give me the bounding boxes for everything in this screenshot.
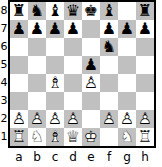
square-f6[interactable]: ♞ xyxy=(100,38,118,56)
piece-white-pawn: ♟♙ xyxy=(136,110,154,128)
piece-white-pawn: ♟♙ xyxy=(10,110,28,128)
square-g2[interactable]: ♟♙ xyxy=(118,110,136,128)
square-h4[interactable] xyxy=(136,74,154,92)
piece-black-bishop: ♝ xyxy=(46,2,64,20)
square-h1[interactable]: ♜♖ xyxy=(136,128,154,146)
board-area: 87654321 ♜♞♝♛♚♝♜♟♟♟♟♟♟♟♞♟♝♗♟♙♟♙♟♙♟♙♟♙♟♙♟… xyxy=(0,0,162,148)
square-g7[interactable]: ♟ xyxy=(118,20,136,38)
rank-labels: 87654321 xyxy=(0,0,8,148)
piece-black-rook: ♜ xyxy=(10,2,28,20)
square-d1[interactable]: ♛♕ xyxy=(64,128,82,146)
square-d8[interactable]: ♛ xyxy=(64,2,82,20)
rank-label-5: 5 xyxy=(0,56,8,74)
white-piece-outline-glyph: ♖ xyxy=(10,128,28,146)
piece-black-queen: ♛ xyxy=(64,2,82,20)
piece-black-pawn: ♟ xyxy=(46,20,64,38)
piece-white-pawn: ♟♙ xyxy=(82,74,100,92)
square-b3[interactable] xyxy=(28,92,46,110)
piece-black-bishop: ♝ xyxy=(100,2,118,20)
square-a1[interactable]: ♜♖ xyxy=(10,128,28,146)
file-label-f: f xyxy=(100,148,118,167)
piece-white-pawn: ♟♙ xyxy=(64,110,82,128)
piece-black-king: ♚ xyxy=(82,2,100,20)
piece-white-knight: ♞♘ xyxy=(118,128,136,146)
piece-white-rook: ♜♖ xyxy=(136,128,154,146)
rank-label-3: 3 xyxy=(0,92,8,110)
white-piece-outline-glyph: ♗ xyxy=(46,74,64,92)
piece-black-pawn: ♟ xyxy=(118,20,136,38)
white-piece-outline-glyph: ♙ xyxy=(64,110,82,128)
rank-label-8: 8 xyxy=(0,2,8,20)
piece-black-pawn: ♟ xyxy=(10,20,28,38)
square-e2[interactable] xyxy=(82,110,100,128)
white-piece-outline-glyph: ♙ xyxy=(46,110,64,128)
file-label-a: a xyxy=(10,148,28,167)
file-label-d: d xyxy=(64,148,82,167)
square-b1[interactable]: ♞♘ xyxy=(28,128,46,146)
rank-label-6: 6 xyxy=(0,38,8,56)
square-e4[interactable]: ♟♙ xyxy=(82,74,100,92)
square-d5[interactable] xyxy=(64,56,82,74)
rank-label-2: 2 xyxy=(0,110,8,128)
piece-black-knight: ♞ xyxy=(100,38,118,56)
piece-black-pawn: ♟ xyxy=(136,20,154,38)
square-a7[interactable]: ♟ xyxy=(10,20,28,38)
chess-board-diagram: 87654321 ♜♞♝♛♚♝♜♟♟♟♟♟♟♟♞♟♝♗♟♙♟♙♟♙♟♙♟♙♟♙♟… xyxy=(0,0,162,167)
chess-board: ♜♞♝♛♚♝♜♟♟♟♟♟♟♟♞♟♝♗♟♙♟♙♟♙♟♙♟♙♟♙♟♙♟♙♜♖♞♘♝♗… xyxy=(8,0,156,148)
square-f5[interactable] xyxy=(100,56,118,74)
white-piece-outline-glyph: ♗ xyxy=(46,128,64,146)
square-e5[interactable]: ♟ xyxy=(82,56,100,74)
square-d6[interactable] xyxy=(64,38,82,56)
file-labels: abcdefgh xyxy=(10,148,162,167)
white-piece-outline-glyph: ♖ xyxy=(136,128,154,146)
piece-white-bishop: ♝♗ xyxy=(46,74,64,92)
square-h5[interactable] xyxy=(136,56,154,74)
white-piece-outline-glyph: ♙ xyxy=(82,74,100,92)
square-h3[interactable] xyxy=(136,92,154,110)
white-piece-outline-glyph: ♙ xyxy=(118,110,136,128)
piece-black-pawn: ♟ xyxy=(82,56,100,74)
square-d4[interactable] xyxy=(64,74,82,92)
square-g1[interactable]: ♞♘ xyxy=(118,128,136,146)
white-piece-outline-glyph: ♔ xyxy=(82,128,100,146)
square-d7[interactable]: ♟ xyxy=(64,20,82,38)
square-h8[interactable]: ♜ xyxy=(136,2,154,20)
square-a5[interactable] xyxy=(10,56,28,74)
piece-white-king: ♚♔ xyxy=(82,128,100,146)
square-b4[interactable] xyxy=(28,74,46,92)
square-g6[interactable] xyxy=(118,38,136,56)
piece-white-rook: ♜♖ xyxy=(10,128,28,146)
rank-label-1: 1 xyxy=(0,128,8,146)
square-f4[interactable] xyxy=(100,74,118,92)
square-e1[interactable]: ♚♔ xyxy=(82,128,100,146)
file-label-b: b xyxy=(28,148,46,167)
piece-black-pawn: ♟ xyxy=(28,20,46,38)
square-c7[interactable]: ♟ xyxy=(46,20,64,38)
file-label-g: g xyxy=(118,148,136,167)
piece-black-rook: ♜ xyxy=(136,2,154,20)
square-a3[interactable] xyxy=(10,92,28,110)
square-c2[interactable]: ♟♙ xyxy=(46,110,64,128)
piece-white-bishop: ♝♗ xyxy=(46,128,64,146)
square-a8[interactable]: ♜ xyxy=(10,2,28,20)
piece-white-pawn: ♟♙ xyxy=(28,110,46,128)
piece-white-pawn: ♟♙ xyxy=(100,110,118,128)
square-g4[interactable] xyxy=(118,74,136,92)
file-label-h: h xyxy=(136,148,154,167)
square-a2[interactable]: ♟♙ xyxy=(10,110,28,128)
square-c4[interactable]: ♝♗ xyxy=(46,74,64,92)
white-piece-outline-glyph: ♕ xyxy=(64,128,82,146)
square-b6[interactable] xyxy=(28,38,46,56)
square-h6[interactable] xyxy=(136,38,154,56)
piece-black-knight: ♞ xyxy=(28,2,46,20)
square-b5[interactable] xyxy=(28,56,46,74)
square-b7[interactable]: ♟ xyxy=(28,20,46,38)
square-a4[interactable] xyxy=(10,74,28,92)
white-piece-outline-glyph: ♘ xyxy=(118,128,136,146)
white-piece-outline-glyph: ♙ xyxy=(10,110,28,128)
rank-label-7: 7 xyxy=(0,20,8,38)
square-f7[interactable]: ♟ xyxy=(100,20,118,38)
white-piece-outline-glyph: ♙ xyxy=(100,110,118,128)
square-b8[interactable]: ♞ xyxy=(28,2,46,20)
square-b2[interactable]: ♟♙ xyxy=(28,110,46,128)
square-c5[interactable] xyxy=(46,56,64,74)
square-e3[interactable] xyxy=(82,92,100,110)
square-a6[interactable] xyxy=(10,38,28,56)
square-d2[interactable]: ♟♙ xyxy=(64,110,82,128)
square-g8[interactable] xyxy=(118,2,136,20)
white-piece-outline-glyph: ♘ xyxy=(28,128,46,146)
square-f3[interactable] xyxy=(100,92,118,110)
white-piece-outline-glyph: ♙ xyxy=(28,110,46,128)
square-h2[interactable]: ♟♙ xyxy=(136,110,154,128)
square-f1[interactable] xyxy=(100,128,118,146)
piece-white-pawn: ♟♙ xyxy=(46,110,64,128)
square-h7[interactable]: ♟ xyxy=(136,20,154,38)
white-piece-outline-glyph: ♙ xyxy=(136,110,154,128)
square-c3[interactable] xyxy=(46,92,64,110)
square-e8[interactable]: ♚ xyxy=(82,2,100,20)
square-c6[interactable] xyxy=(46,38,64,56)
square-g3[interactable] xyxy=(118,92,136,110)
piece-white-pawn: ♟♙ xyxy=(118,110,136,128)
piece-white-knight: ♞♘ xyxy=(28,128,46,146)
square-e6[interactable] xyxy=(82,38,100,56)
piece-black-pawn: ♟ xyxy=(64,20,82,38)
file-label-e: e xyxy=(82,148,100,167)
file-label-c: c xyxy=(46,148,64,167)
square-c8[interactable]: ♝ xyxy=(46,2,64,20)
square-e7[interactable] xyxy=(82,20,100,38)
square-c1[interactable]: ♝♗ xyxy=(46,128,64,146)
rank-label-4: 4 xyxy=(0,74,8,92)
square-f2[interactable]: ♟♙ xyxy=(100,110,118,128)
piece-black-pawn: ♟ xyxy=(100,20,118,38)
square-g5[interactable] xyxy=(118,56,136,74)
piece-white-queen: ♛♕ xyxy=(64,128,82,146)
square-f8[interactable]: ♝ xyxy=(100,2,118,20)
square-d3[interactable] xyxy=(64,92,82,110)
